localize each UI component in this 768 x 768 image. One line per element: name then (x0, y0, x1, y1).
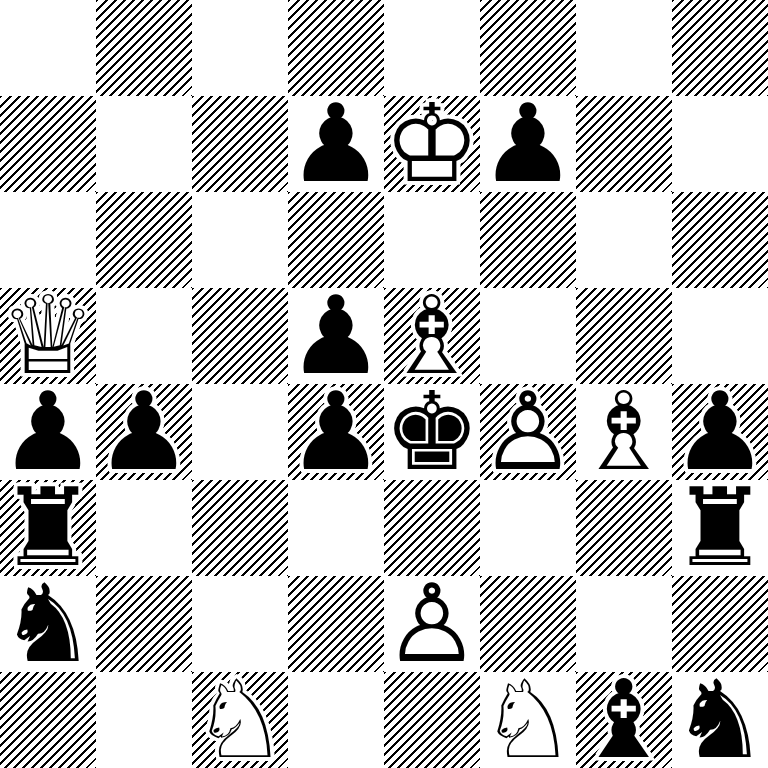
square-h3[interactable]: ♜♜ (672, 480, 768, 576)
white-queen-icon: ♕ (0, 288, 96, 384)
square-h6[interactable] (672, 192, 768, 288)
black-pawn-icon: ♟ (288, 96, 384, 192)
white-pawn-icon: ♙ (480, 384, 576, 480)
square-f7[interactable]: ♟♟ (480, 96, 576, 192)
square-e5[interactable]: ♝♗ (384, 288, 480, 384)
black-king-icon: ♚ (384, 384, 480, 480)
black-rook-icon: ♜ (0, 480, 96, 576)
square-d5[interactable]: ♟♟ (288, 288, 384, 384)
square-b7[interactable] (96, 96, 192, 192)
square-d7[interactable]: ♟♟ (288, 96, 384, 192)
black-knight-icon: ♞ (0, 576, 96, 672)
square-a8[interactable] (0, 0, 96, 96)
square-a7[interactable] (0, 96, 96, 192)
square-h5[interactable] (672, 288, 768, 384)
square-c3[interactable] (192, 480, 288, 576)
square-c8[interactable] (192, 0, 288, 96)
black-rook-halo: ♜ (0, 480, 96, 576)
square-g8[interactable] (576, 0, 672, 96)
black-pawn-icon: ♟ (0, 384, 96, 480)
white-pawn-icon: ♙ (384, 576, 480, 672)
square-g4[interactable]: ♝♗ (576, 384, 672, 480)
white-pawn-halo: ♟ (384, 576, 480, 672)
black-pawn-icon: ♟ (288, 288, 384, 384)
square-h2[interactable] (672, 576, 768, 672)
square-d6[interactable] (288, 192, 384, 288)
black-bishop-halo: ♝ (576, 672, 672, 768)
black-pawn-icon: ♟ (480, 96, 576, 192)
white-pawn-halo: ♟ (480, 384, 576, 480)
square-c1[interactable]: ♞♘ (192, 672, 288, 768)
white-knight-halo: ♞ (480, 672, 576, 768)
square-c4[interactable] (192, 384, 288, 480)
white-knight-icon: ♘ (480, 672, 576, 768)
white-knight-halo: ♞ (192, 672, 288, 768)
black-knight-halo: ♞ (0, 576, 96, 672)
square-a6[interactable] (0, 192, 96, 288)
black-king-halo: ♚ (384, 384, 480, 480)
black-pawn-icon: ♟ (672, 384, 768, 480)
square-c6[interactable] (192, 192, 288, 288)
square-g7[interactable] (576, 96, 672, 192)
square-e1[interactable] (384, 672, 480, 768)
square-a4[interactable]: ♟♟ (0, 384, 96, 480)
square-b3[interactable] (96, 480, 192, 576)
square-e8[interactable] (384, 0, 480, 96)
black-pawn-halo: ♟ (672, 384, 768, 480)
square-e3[interactable] (384, 480, 480, 576)
black-pawn-halo: ♟ (288, 384, 384, 480)
square-f1[interactable]: ♞♘ (480, 672, 576, 768)
square-b5[interactable] (96, 288, 192, 384)
square-f6[interactable] (480, 192, 576, 288)
black-pawn-halo: ♟ (0, 384, 96, 480)
white-king-icon: ♔ (384, 96, 480, 192)
square-f2[interactable] (480, 576, 576, 672)
square-h7[interactable] (672, 96, 768, 192)
square-b8[interactable] (96, 0, 192, 96)
square-a5[interactable]: ♛♕ (0, 288, 96, 384)
black-pawn-halo: ♟ (288, 288, 384, 384)
square-c2[interactable] (192, 576, 288, 672)
black-knight-halo: ♞ (672, 672, 768, 768)
square-b2[interactable] (96, 576, 192, 672)
white-queen-halo: ♛ (0, 288, 96, 384)
white-knight-icon: ♘ (192, 672, 288, 768)
white-bishop-halo: ♝ (384, 288, 480, 384)
black-pawn-icon: ♟ (96, 384, 192, 480)
chess-board: ♟♟♚♔♟♟♛♕♟♟♝♗♟♟♟♟♟♟♚♚♟♙♝♗♟♟♜♜♜♜♞♞♟♙♞♘♞♘♝♝… (0, 0, 768, 768)
square-d8[interactable] (288, 0, 384, 96)
black-pawn-halo: ♟ (96, 384, 192, 480)
black-rook-halo: ♜ (672, 480, 768, 576)
square-a3[interactable]: ♜♜ (0, 480, 96, 576)
square-f8[interactable] (480, 0, 576, 96)
square-a1[interactable] (0, 672, 96, 768)
square-g6[interactable] (576, 192, 672, 288)
square-c5[interactable] (192, 288, 288, 384)
square-b4[interactable]: ♟♟ (96, 384, 192, 480)
white-bishop-icon: ♗ (576, 384, 672, 480)
square-h1[interactable]: ♞♞ (672, 672, 768, 768)
square-d4[interactable]: ♟♟ (288, 384, 384, 480)
white-king-halo: ♚ (384, 96, 480, 192)
square-e6[interactable] (384, 192, 480, 288)
square-d1[interactable] (288, 672, 384, 768)
square-e7[interactable]: ♚♔ (384, 96, 480, 192)
square-g3[interactable] (576, 480, 672, 576)
black-rook-icon: ♜ (672, 480, 768, 576)
square-g2[interactable] (576, 576, 672, 672)
square-e4[interactable]: ♚♚ (384, 384, 480, 480)
square-a2[interactable]: ♞♞ (0, 576, 96, 672)
square-e2[interactable]: ♟♙ (384, 576, 480, 672)
black-bishop-icon: ♝ (576, 672, 672, 768)
square-d2[interactable] (288, 576, 384, 672)
square-f4[interactable]: ♟♙ (480, 384, 576, 480)
square-h4[interactable]: ♟♟ (672, 384, 768, 480)
white-bishop-halo: ♝ (576, 384, 672, 480)
black-pawn-icon: ♟ (288, 384, 384, 480)
black-pawn-halo: ♟ (288, 96, 384, 192)
square-h8[interactable] (672, 0, 768, 96)
square-g1[interactable]: ♝♝ (576, 672, 672, 768)
square-f5[interactable] (480, 288, 576, 384)
square-b6[interactable] (96, 192, 192, 288)
black-knight-icon: ♞ (672, 672, 768, 768)
square-f3[interactable] (480, 480, 576, 576)
white-bishop-icon: ♗ (384, 288, 480, 384)
square-g5[interactable] (576, 288, 672, 384)
square-b1[interactable] (96, 672, 192, 768)
square-d3[interactable] (288, 480, 384, 576)
black-pawn-halo: ♟ (480, 96, 576, 192)
square-c7[interactable] (192, 96, 288, 192)
